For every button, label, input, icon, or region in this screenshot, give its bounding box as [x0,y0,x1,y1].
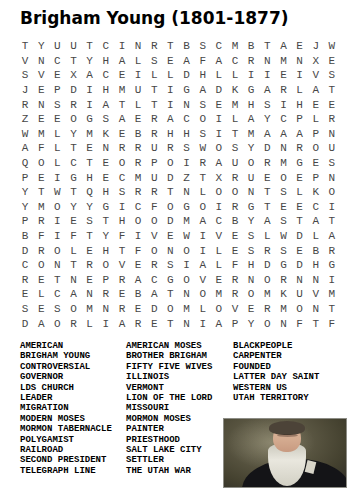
grid-cell-r6c7: A [114,112,130,127]
grid-cell-r1c20: W [324,39,340,54]
grid-cell-r8c19: O [308,141,324,156]
grid-cell-r4c11: G [178,83,194,98]
grid-cell-r3c3: E [49,68,65,83]
grid-cell-r1c19: J [308,39,324,54]
grid-cell-r6c19: L [308,112,324,127]
grid-cell-r1c2: Y [33,39,49,54]
grid-cell-r15c19: B [308,243,324,258]
brigham-young-portrait [223,418,347,488]
grid-cell-r1c10: T [162,39,178,54]
grid-cell-r5c11: N [178,97,194,112]
grid-cell-r5c19: E [308,97,324,112]
grid-cell-r12c12: O [195,200,211,215]
grid-cell-r15c1: D [17,243,33,258]
grid-cell-r12c14: R [227,200,243,215]
grid-cell-r4c2: E [33,83,49,98]
grid-cell-r3c4: X [65,68,81,83]
grid-cell-r20c17: N [275,316,291,331]
grid-cell-r19c18: O [292,302,308,317]
grid-cell-r16c16: D [259,258,275,273]
grid-cell-r18c13: M [211,287,227,302]
grid-cell-r9c12: R [195,156,211,171]
grid-cell-r20c7: A [114,316,130,331]
grid-cell-r14c5: T [82,229,98,244]
grid-cell-r18c17: K [275,287,291,302]
grid-cell-r18c15: O [243,287,259,302]
grid-cell-r8c18: R [292,141,308,156]
grid-cell-r11c6: H [98,185,114,200]
grid-cell-r18c11: N [178,287,194,302]
grid-cell-r9c14: U [227,156,243,171]
grid-cell-r19c7: R [114,302,130,317]
grid-cell-r7c1: W [17,127,33,142]
grid-cell-r4c12: A [195,83,211,98]
grid-cell-r9c19: E [308,156,324,171]
grid-cell-r2c16: N [259,54,275,69]
grid-cell-r18c16: M [259,287,275,302]
grid-cell-r3c6: C [98,68,114,83]
grid-cell-r12c3: O [49,200,65,215]
grid-cell-r14c8: I [130,229,146,244]
word-item: PRIESTHOOD [126,435,212,445]
grid-cell-r7c10: H [162,127,178,142]
grid-cell-r4c7: M [114,83,130,98]
grid-cell-r17c5: E [82,273,98,288]
grid-cell-r18c12: O [195,287,211,302]
grid-cell-r3c18: I [292,68,308,83]
grid-cell-r12c4: Y [65,200,81,215]
grid-cell-r4c1: J [17,83,33,98]
grid-cell-r17c3: T [49,273,65,288]
grid-cell-r19c16: R [259,302,275,317]
grid-cell-r16c4: T [65,258,81,273]
grid-cell-r18c2: L [33,287,49,302]
grid-cell-r15c18: E [292,243,308,258]
word-item: LDS CHURCH [20,383,112,393]
grid-cell-r7c12: S [195,127,211,142]
grid-cell-r9c7: O [114,156,130,171]
grid-cell-r12c19: C [308,200,324,215]
grid-cell-r20c13: A [211,316,227,331]
grid-cell-r6c18: P [292,112,308,127]
grid-cell-r18c6: R [98,287,114,302]
grid-cell-r7c20: N [324,127,340,142]
word-list-column-2: AMERICAN MOSESBROTHER BRIGHAMFIFTY FIVE … [126,341,212,476]
grid-cell-r13c15: Y [243,214,259,229]
grid-cell-r7c8: B [130,127,146,142]
grid-cell-r5c17: I [275,97,291,112]
grid-cell-r4c8: U [130,83,146,98]
grid-cell-r16c10: S [162,258,178,273]
grid-cell-r13c6: T [98,214,114,229]
grid-cell-r6c1: Z [17,112,33,127]
grid-cell-r7c13: I [211,127,227,142]
grid-cell-r19c1: S [17,302,33,317]
grid-cell-r19c6: N [98,302,114,317]
grid-cell-r4c13: D [211,83,227,98]
grid-cell-r10c10: D [162,170,178,185]
grid-cell-r20c15: Y [243,316,259,331]
grid-cell-r8c10: R [162,141,178,156]
grid-cell-r7c9: R [146,127,162,142]
grid-cell-r7c17: A [275,127,291,142]
grid-cell-r6c9: R [146,112,162,127]
grid-cell-r12c15: G [243,200,259,215]
grid-cell-r2c9: S [146,54,162,69]
grid-cell-r11c13: O [211,185,227,200]
grid-cell-r11c10: T [162,185,178,200]
grid-cell-r14c11: W [178,229,194,244]
grid-cell-r14c16: L [259,229,275,244]
grid-cell-r19c13: O [211,302,227,317]
grid-cell-r15c4: L [65,243,81,258]
grid-cell-r14c20: A [324,229,340,244]
word-item: LION OF THE LORD [126,393,212,403]
grid-cell-r6c17: C [275,112,291,127]
grid-cell-r8c7: R [114,141,130,156]
grid-cell-r12c13: I [211,200,227,215]
word-search-worksheet: { "title": "Brigham Young (1801-1877)", … [0,0,354,500]
grid-cell-r18c8: B [130,287,146,302]
grid-cell-r13c3: I [49,214,65,229]
word-item: SECOND PRESIDENT [20,455,112,465]
grid-cell-r11c16: T [259,185,275,200]
grid-cell-r15c13: L [211,243,227,258]
grid-cell-r16c3: N [49,258,65,273]
grid-cell-r14c12: I [195,229,211,244]
grid-cell-r8c6: N [98,141,114,156]
word-item: MISSOURI [126,403,212,413]
grid-cell-r1c7: I [114,39,130,54]
grid-cell-r11c7: S [114,185,130,200]
grid-cell-r20c1: D [17,316,33,331]
grid-cell-r11c5: Q [82,185,98,200]
grid-cell-r7c19: P [308,127,324,142]
grid-cell-r9c16: R [259,156,275,171]
grid-cell-r18c3: C [49,287,65,302]
word-item: VERMONT [126,383,212,393]
word-item: CARPENTER [233,351,319,361]
word-item: POLYGAMIST [20,435,112,445]
grid-cell-r20c18: F [292,316,308,331]
grid-cell-r9c2: O [33,156,49,171]
grid-cell-r10c11: Z [178,170,194,185]
grid-cell-r17c4: N [65,273,81,288]
grid-cell-r10c5: H [82,170,98,185]
grid-cell-r8c9: U [146,141,162,156]
portrait-eyes [277,434,298,437]
grid-cell-r6c3: E [49,112,65,127]
grid-cell-r17c19: N [308,273,324,288]
grid-cell-r17c18: N [292,273,308,288]
portrait-hair [269,421,305,435]
grid-cell-r6c2: E [33,112,49,127]
grid-cell-r13c4: E [65,214,81,229]
grid-cell-r6c4: O [65,112,81,127]
grid-cell-r8c5: E [82,141,98,156]
grid-cell-r10c7: C [114,170,130,185]
grid-cell-r4c17: R [275,83,291,98]
grid-cell-r15c20: R [324,243,340,258]
grid-cell-r17c1: R [17,273,33,288]
grid-cell-r2c10: E [162,54,178,69]
grid-cell-r2c7: A [114,54,130,69]
grid-cell-r17c9: C [146,273,162,288]
grid-cell-r18c14: R [227,287,243,302]
grid-cell-r2c1: V [17,54,33,69]
grid-cell-r3c15: I [243,68,259,83]
word-item: THE UTAH WAR [126,466,212,476]
grid-cell-r1c11: B [178,39,194,54]
grid-cell-r7c4: Y [65,127,81,142]
word-item: LEADER [20,393,112,403]
grid-cell-r2c12: F [195,54,211,69]
grid-cell-r13c2: R [33,214,49,229]
grid-cell-r9c9: P [146,156,162,171]
grid-cell-r2c18: N [292,54,308,69]
grid-cell-r18c19: V [308,287,324,302]
grid-cell-r5c4: R [65,97,81,112]
grid-cell-r13c11: M [178,214,194,229]
grid-cell-r12c8: C [130,200,146,215]
grid-cell-r2c3: C [49,54,65,69]
grid-cell-r17c17: R [275,273,291,288]
grid-cell-r8c4: T [65,141,81,156]
grid-cell-r3c17: E [275,68,291,83]
grid-cell-r18c4: A [65,287,81,302]
grid-cell-r8c3: L [49,141,65,156]
grid-cell-r2c2: N [33,54,49,69]
grid-cell-r1c8: N [130,39,146,54]
grid-cell-r15c17: S [275,243,291,258]
grid-cell-r8c15: Y [243,141,259,156]
grid-cell-r16c7: V [114,258,130,273]
grid-cell-r6c5: G [82,112,98,127]
grid-cell-r5c16: S [259,97,275,112]
word-item: GOVERNOR [20,372,112,382]
grid-cell-r20c20: F [324,316,340,331]
grid-cell-r11c12: L [195,185,211,200]
grid-cell-r14c15: S [243,229,259,244]
grid-cell-r9c5: T [82,156,98,171]
grid-cell-r14c1: B [17,229,33,244]
grid-cell-r19c19: N [308,302,324,317]
word-item: CONTROVERSIAL [20,362,112,372]
grid-cell-r16c17: G [275,258,291,273]
grid-cell-r7c15: M [243,127,259,142]
grid-cell-r13c16: A [259,214,275,229]
word-list-column-3: BLACKPEOPLECARPENTERFOUNDEDLATTER DAY SA… [233,341,319,403]
grid-cell-r20c9: E [146,316,162,331]
grid-cell-r18c18: U [292,287,308,302]
word-item: SETTLER [126,455,212,465]
grid-cell-r19c3: S [49,302,65,317]
grid-cell-r10c4: G [65,170,81,185]
grid-cell-r9c10: O [162,156,178,171]
grid-cell-r11c11: N [178,185,194,200]
grid-cell-r15c16: R [259,243,275,258]
grid-cell-r18c5: N [82,287,98,302]
grid-cell-r4c16: A [259,83,275,98]
grid-cell-r9c15: O [243,156,259,171]
grid-cell-r2c8: L [130,54,146,69]
grid-cell-r16c15: H [243,258,259,273]
word-item: UTAH TERRITORY [233,393,319,403]
grid-cell-r20c16: O [259,316,275,331]
grid-cell-r9c11: I [178,156,194,171]
grid-cell-r5c10: I [162,97,178,112]
grid-cell-r3c16: I [259,68,275,83]
grid-cell-r12c1: Y [17,200,33,215]
grid-cell-r17c12: V [195,273,211,288]
grid-cell-r5c12: S [195,97,211,112]
grid-cell-r16c13: L [211,258,227,273]
word-item: MORMON TABERNACLE [20,424,112,434]
grid-cell-r15c9: O [146,243,162,258]
grid-cell-r9c20: S [324,156,340,171]
grid-cell-r11c19: K [308,185,324,200]
word-item: SALT LAKE CITY [126,445,212,455]
grid-cell-r2c17: M [275,54,291,69]
grid-cell-r6c13: I [211,112,227,127]
grid-cell-r18c9: A [146,287,162,302]
grid-cell-r10c15: U [243,170,259,185]
word-item: LATTER DAY SAINT [233,372,319,382]
grid-cell-r13c13: C [211,214,227,229]
grid-cell-r8c1: A [17,141,33,156]
grid-cell-r19c15: E [243,302,259,317]
grid-cell-r1c17: A [275,39,291,54]
grid-cell-r12c10: O [162,200,178,215]
grid-cell-r19c4: O [65,302,81,317]
grid-cell-r4c6: H [98,83,114,98]
grid-cell-r2c15: R [243,54,259,69]
grid-cell-r9c8: R [130,156,146,171]
grid-cell-r19c17: M [275,302,291,317]
grid-cell-r2c13: A [211,54,227,69]
grid-cell-r13c18: T [292,214,308,229]
grid-cell-r4c10: I [162,83,178,98]
grid-cell-r15c6: H [98,243,114,258]
grid-cell-r9c17: M [275,156,291,171]
grid-cell-r7c11: H [178,127,194,142]
grid-cell-r20c2: A [33,316,49,331]
grid-cell-r13c5: S [82,214,98,229]
grid-cell-r17c10: G [162,273,178,288]
grid-cell-r20c4: R [65,316,81,331]
word-list-column-1: AMERICANBRIGHAM YOUNGCONTROVERSIALGOVERN… [20,341,112,476]
grid-cell-r15c10: N [162,243,178,258]
word-item: BROTHER BRIGHAM [126,351,212,361]
grid-cell-r20c8: R [130,316,146,331]
grid-cell-r3c9: L [146,68,162,83]
grid-cell-r16c19: H [308,258,324,273]
grid-cell-r10c1: P [17,170,33,185]
grid-cell-r18c7: E [114,287,130,302]
grid-cell-r4c3: P [49,83,65,98]
grid-cell-r16c20: G [324,258,340,273]
word-item: RAILROAD [20,445,112,455]
grid-cell-r12c16: T [259,200,275,215]
grid-cell-r18c1: E [17,287,33,302]
grid-cell-r7c16: A [259,127,275,142]
grid-cell-r16c9: R [146,258,162,273]
grid-cell-r18c10: T [162,287,178,302]
grid-cell-r12c18: E [292,200,308,215]
grid-cell-r10c3: I [49,170,65,185]
grid-cell-r8c8: R [130,141,146,156]
grid-cell-r19c20: T [324,302,340,317]
grid-cell-r13c7: H [114,214,130,229]
grid-cell-r19c10: O [162,302,178,317]
grid-cell-r5c3: S [49,97,65,112]
grid-cell-r10c9: U [146,170,162,185]
grid-cell-r10c20: N [324,170,340,185]
grid-cell-r19c12: L [195,302,211,317]
grid-cell-r5c9: T [146,97,162,112]
grid-cell-r3c13: L [211,68,227,83]
grid-cell-r3c20: S [324,68,340,83]
grid-cell-r15c12: I [195,243,211,258]
grid-cell-r3c19: V [308,68,324,83]
grid-cell-r13c17: S [275,214,291,229]
grid-cell-r13c10: D [162,214,178,229]
grid-cell-r5c7: T [114,97,130,112]
grid-cell-r14c14: E [227,229,243,244]
grid-cell-r1c5: T [82,39,98,54]
grid-cell-r12c11: G [178,200,194,215]
grid-cell-r12c20: I [324,200,340,215]
grid-cell-r6c16: Y [259,112,275,127]
grid-cell-r14c18: D [292,229,308,244]
grid-cell-r5c6: A [98,97,114,112]
grid-cell-r5c14: M [227,97,243,112]
grid-cell-r2c5: Y [82,54,98,69]
grid-cell-r18c20: M [324,287,340,302]
grid-cell-r17c13: E [211,273,227,288]
grid-cell-r20c10: T [162,316,178,331]
grid-cell-r20c12: I [195,316,211,331]
grid-cell-r3c2: V [33,68,49,83]
grid-cell-r7c14: T [227,127,243,142]
grid-cell-r8c13: O [211,141,227,156]
grid-cell-r9c1: Q [17,156,33,171]
grid-cell-r10c8: M [130,170,146,185]
grid-cell-r5c15: H [243,97,259,112]
grid-cell-r10c6: E [98,170,114,185]
grid-cell-r7c7: E [114,127,130,142]
grid-cell-r3c12: H [195,68,211,83]
grid-cell-r9c18: G [292,156,308,171]
grid-cell-r19c5: M [82,302,98,317]
grid-cell-r1c18: E [292,39,308,54]
grid-cell-r6c10: A [162,112,178,127]
grid-cell-r15c3: O [49,243,65,258]
grid-cell-r9c6: E [98,156,114,171]
grid-cell-r11c20: O [324,185,340,200]
grid-cell-r15c7: T [114,243,130,258]
grid-cell-r7c3: L [49,127,65,142]
grid-cell-r9c3: L [49,156,65,171]
grid-cell-r14c17: W [275,229,291,244]
grid-cell-r20c11: N [178,316,194,331]
grid-cell-r7c6: K [98,127,114,142]
word-item: BRIGHAM YOUNG [20,351,112,361]
word-item: MODERN MOSES [20,414,112,424]
grid-cell-r11c15: N [243,185,259,200]
grid-cell-r11c9: R [146,185,162,200]
word-item: AMERICAN [20,341,112,351]
